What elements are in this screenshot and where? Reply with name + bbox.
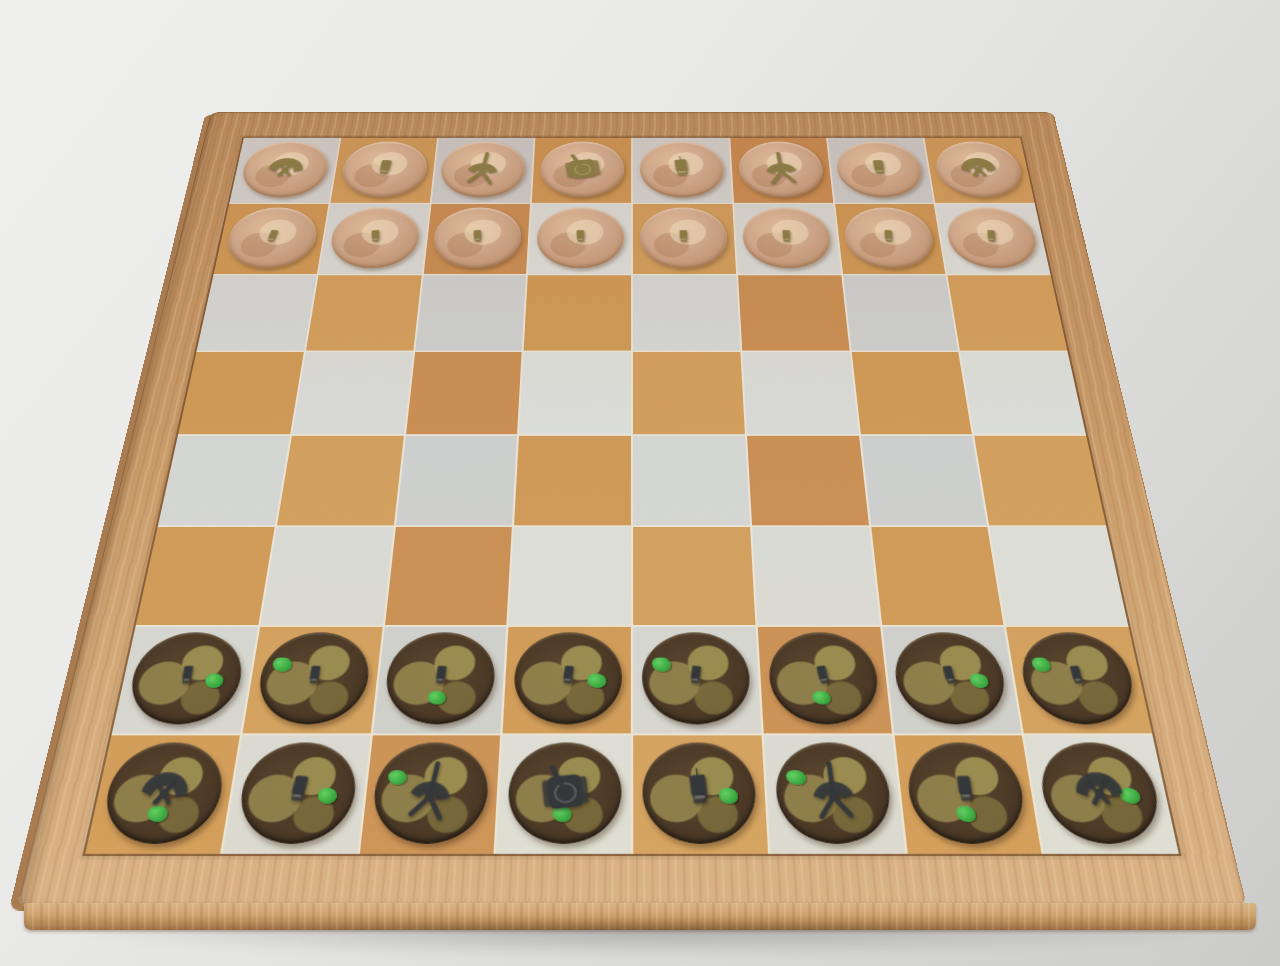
square-a5[interactable]	[178, 352, 303, 434]
square-g2[interactable]	[882, 626, 1022, 733]
square-e6[interactable]	[633, 275, 740, 351]
square-b2[interactable]	[242, 626, 382, 733]
square-g1[interactable]	[894, 736, 1042, 854]
square-h7[interactable]	[936, 204, 1051, 274]
square-h4[interactable]	[974, 436, 1106, 525]
square-g7[interactable]	[835, 204, 946, 274]
square-e2[interactable]	[633, 626, 761, 733]
supply-truck-miniature-icon	[672, 646, 719, 707]
square-c6[interactable]	[415, 275, 526, 351]
piece-white-pawn-b2[interactable]	[253, 633, 373, 725]
piece-white-pawn-e2[interactable]	[642, 633, 752, 725]
piece-black-bishop-c8[interactable]	[439, 141, 527, 197]
piece-white-pawn-c2[interactable]	[382, 633, 497, 725]
piece-black-bishop-f8[interactable]	[737, 141, 825, 197]
field-gun-miniature-icon	[748, 144, 813, 192]
truck-miniature-icon	[858, 149, 902, 187]
square-g8[interactable]	[827, 138, 933, 203]
square-f8[interactable]	[730, 138, 833, 203]
square-d2[interactable]	[503, 626, 631, 733]
tank-miniature-icon	[552, 147, 613, 189]
piece-black-rook-a8[interactable]	[238, 141, 332, 197]
aa-gun-miniature-icon	[1051, 755, 1149, 825]
square-g6[interactable]	[843, 275, 959, 351]
command-truck-miniature-icon	[668, 753, 730, 828]
square-e7[interactable]	[633, 204, 736, 274]
square-b5[interactable]	[292, 352, 413, 434]
board-shadow	[40, 924, 1240, 958]
square-h5[interactable]	[960, 352, 1085, 434]
square-a3[interactable]	[136, 527, 274, 625]
piece-black-pawn-e7[interactable]	[640, 208, 729, 268]
piece-black-king-e8[interactable]	[640, 141, 725, 197]
square-d6[interactable]	[524, 275, 631, 351]
supply-truck-miniature-icon	[289, 648, 339, 706]
piece-black-pawn-d7[interactable]	[536, 208, 625, 268]
square-f7[interactable]	[734, 204, 841, 274]
square-c1[interactable]	[359, 736, 500, 854]
square-d4[interactable]	[514, 436, 631, 525]
square-h6[interactable]	[948, 275, 1068, 351]
square-c2[interactable]	[373, 626, 507, 733]
supply-truck-miniature-icon	[871, 217, 906, 255]
supply-truck-miniature-icon	[769, 218, 804, 256]
command-truck-miniature-icon	[659, 147, 705, 188]
piece-black-pawn-g7[interactable]	[842, 208, 937, 268]
square-f1[interactable]	[764, 736, 905, 854]
supply-truck-miniature-icon	[358, 217, 393, 257]
square-a8[interactable]	[229, 138, 339, 203]
supply-truck-miniature-icon	[974, 217, 1010, 256]
square-c7[interactable]	[423, 204, 530, 274]
aa-gun-miniature-icon	[249, 148, 322, 188]
piece-black-knight-b8[interactable]	[338, 141, 429, 197]
piece-white-pawn-h2[interactable]	[1016, 633, 1141, 725]
tank-miniature-icon	[525, 753, 606, 828]
square-g4[interactable]	[861, 436, 988, 525]
square-h3[interactable]	[990, 527, 1128, 625]
square-f2[interactable]	[757, 626, 891, 733]
piece-white-pawn-f2[interactable]	[766, 633, 881, 725]
supply-truck-miniature-icon	[666, 218, 701, 256]
square-a4[interactable]	[158, 436, 290, 525]
square-h8[interactable]	[925, 138, 1035, 203]
square-c8[interactable]	[431, 138, 534, 203]
piece-white-rook-h1[interactable]	[1035, 742, 1168, 844]
square-a1[interactable]	[85, 736, 239, 854]
square-b1[interactable]	[222, 736, 370, 854]
square-h1[interactable]	[1024, 736, 1178, 854]
square-g5[interactable]	[851, 352, 972, 434]
piece-black-pawn-a7[interactable]	[222, 208, 321, 268]
square-e3[interactable]	[633, 527, 755, 625]
square-d1[interactable]	[496, 736, 631, 854]
piece-white-bishop-f1[interactable]	[773, 742, 894, 844]
piece-white-knight-b1[interactable]	[233, 742, 360, 844]
square-d5[interactable]	[519, 352, 631, 434]
square-c3[interactable]	[385, 527, 513, 625]
square-a7[interactable]	[214, 204, 329, 274]
square-f3[interactable]	[752, 527, 880, 625]
square-f6[interactable]	[738, 275, 849, 351]
square-a2[interactable]	[112, 626, 258, 733]
square-f4[interactable]	[747, 436, 869, 525]
piece-black-rook-h8[interactable]	[932, 141, 1026, 197]
square-b3[interactable]	[260, 527, 393, 625]
square-g3[interactable]	[871, 527, 1004, 625]
photo-background	[0, 0, 1280, 966]
piece-black-pawn-h7[interactable]	[943, 208, 1042, 268]
square-e4[interactable]	[633, 436, 750, 525]
square-e1[interactable]	[633, 736, 768, 854]
piece-white-pawn-d2[interactable]	[512, 633, 622, 725]
supply-truck-miniature-icon	[544, 646, 592, 706]
piece-white-pawn-g2[interactable]	[891, 633, 1011, 725]
square-b6[interactable]	[306, 275, 422, 351]
piece-white-rook-a1[interactable]	[97, 742, 230, 844]
field-gun-miniature-icon	[789, 747, 877, 834]
square-b7[interactable]	[319, 204, 430, 274]
supply-truck-miniature-icon	[563, 217, 598, 255]
square-d3[interactable]	[509, 527, 631, 625]
supply-truck-miniature-icon	[461, 217, 496, 256]
piece-white-king-e1[interactable]	[642, 742, 758, 844]
aa-gun-miniature-icon	[943, 149, 1014, 187]
board-grid	[85, 138, 1179, 854]
piece-black-pawn-f7[interactable]	[741, 208, 833, 268]
piece-black-pawn-b7[interactable]	[327, 208, 422, 268]
piece-white-bishop-c1[interactable]	[370, 742, 491, 844]
square-d7[interactable]	[528, 204, 631, 274]
piece-white-queen-d1[interactable]	[506, 742, 622, 844]
piece-white-pawn-a2[interactable]	[123, 633, 248, 725]
square-e5[interactable]	[633, 352, 745, 434]
square-b8[interactable]	[330, 138, 436, 203]
square-e8[interactable]	[633, 138, 732, 203]
piece-black-queen-d8[interactable]	[539, 141, 624, 197]
square-b4[interactable]	[277, 436, 404, 525]
field-gun-miniature-icon	[449, 143, 517, 193]
square-d8[interactable]	[532, 138, 631, 203]
chessboard	[17, 112, 1247, 906]
square-c4[interactable]	[396, 436, 518, 525]
piece-black-knight-g8[interactable]	[834, 141, 925, 197]
square-h2[interactable]	[1006, 626, 1152, 733]
square-a6[interactable]	[197, 275, 317, 351]
square-c5[interactable]	[406, 352, 522, 434]
piece-white-knight-g1[interactable]	[904, 742, 1031, 844]
piece-black-pawn-c7[interactable]	[431, 208, 523, 268]
square-f5[interactable]	[742, 352, 858, 434]
supply-truck-miniature-icon	[417, 647, 466, 706]
